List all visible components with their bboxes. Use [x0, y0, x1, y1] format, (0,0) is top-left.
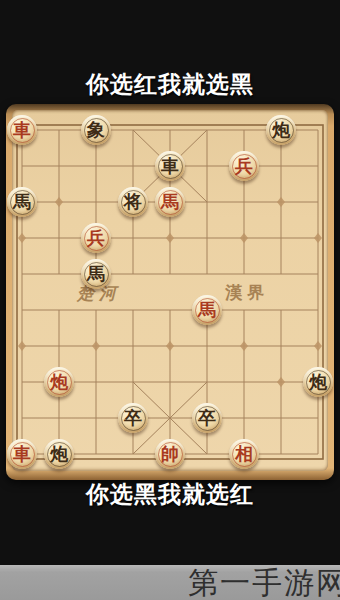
- piece-black-cannon[interactable]: 炮: [303, 367, 333, 397]
- piece-red-elephant[interactable]: 相: [229, 439, 259, 469]
- piece-black-elephant[interactable]: 象: [81, 115, 111, 145]
- piece-red-general[interactable]: 帥: [155, 439, 185, 469]
- piece-black-chariot[interactable]: 車: [155, 151, 185, 181]
- piece-red-chariot[interactable]: 車: [7, 115, 37, 145]
- screenshot: 你选红我就选黑 楚河 漢界 車: [0, 0, 340, 600]
- top-caption: 你选红我就选黑: [0, 71, 340, 97]
- piece-black-soldier[interactable]: 卒: [192, 403, 222, 433]
- piece-red-chariot[interactable]: 車: [7, 439, 37, 469]
- piece-red-soldier[interactable]: 兵: [81, 223, 111, 253]
- piece-red-cannon[interactable]: 炮: [44, 367, 74, 397]
- piece-red-horse[interactable]: 馬: [155, 187, 185, 217]
- piece-red-soldier[interactable]: 兵: [229, 151, 259, 181]
- piece-black-horse[interactable]: 馬: [7, 187, 37, 217]
- piece-red-horse[interactable]: 馬: [192, 295, 222, 325]
- watermark-bar: 第一手游网: [0, 565, 340, 600]
- bottom-caption: 你选黑我就选红: [0, 481, 340, 507]
- piece-black-soldier[interactable]: 卒: [118, 403, 148, 433]
- piece-black-cannon[interactable]: 炮: [266, 115, 296, 145]
- piece-black-cannon[interactable]: 炮: [44, 439, 74, 469]
- pieces-grid: 車象炮車兵馬将馬兵馬馬炮炮卒卒車炮帥相: [4, 112, 337, 472]
- piece-black-horse[interactable]: 馬: [81, 259, 111, 289]
- watermark-text: 第一手游网: [188, 566, 340, 600]
- piece-black-general[interactable]: 将: [118, 187, 148, 217]
